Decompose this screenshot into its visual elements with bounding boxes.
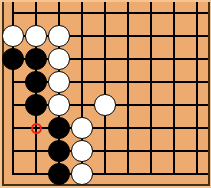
- point-c8-r2[interactable]: [163, 25, 186, 48]
- point-c2-r5[interactable]: [25, 94, 48, 117]
- point-c1-r6[interactable]: [2, 117, 25, 140]
- point-c7-r8[interactable]: [140, 163, 163, 186]
- point-c4-r7[interactable]: [71, 140, 94, 163]
- black-stone: [48, 140, 70, 162]
- white-stone: [48, 94, 70, 116]
- point-c1-r3[interactable]: [2, 48, 25, 71]
- point-c1-r2[interactable]: [2, 25, 25, 48]
- point-c4-r6[interactable]: [71, 117, 94, 140]
- point-c6-r8[interactable]: [117, 163, 140, 186]
- black-stone: [48, 117, 70, 139]
- point-c7-r5[interactable]: [140, 94, 163, 117]
- point-c9-r2[interactable]: [186, 25, 209, 48]
- point-c2-r7[interactable]: [25, 140, 48, 163]
- point-c8-r6[interactable]: [163, 117, 186, 140]
- black-stone: [2, 48, 24, 70]
- point-c6-r6[interactable]: [117, 117, 140, 140]
- point-c9-r4[interactable]: [186, 71, 209, 94]
- point-c8-r3[interactable]: [163, 48, 186, 71]
- point-c4-r8[interactable]: [71, 163, 94, 186]
- point-c5-r5[interactable]: [94, 94, 117, 117]
- point-c5-r8[interactable]: [94, 163, 117, 186]
- white-stone: [94, 94, 116, 116]
- point-c6-r3[interactable]: [117, 48, 140, 71]
- point-c2-r1[interactable]: [25, 2, 48, 25]
- point-c7-r7[interactable]: [140, 140, 163, 163]
- point-c7-r6[interactable]: [140, 117, 163, 140]
- white-stone: [2, 25, 24, 47]
- point-c4-r5[interactable]: [71, 94, 94, 117]
- point-c5-r3[interactable]: [94, 48, 117, 71]
- red-circle-marker: [31, 123, 42, 134]
- white-stone: [25, 25, 47, 47]
- white-stone: [71, 163, 93, 185]
- point-c5-r4[interactable]: [94, 71, 117, 94]
- intersections-grid: [2, 2, 209, 186]
- point-c1-r5[interactable]: [2, 94, 25, 117]
- point-c9-r6[interactable]: [186, 117, 209, 140]
- point-c2-r2[interactable]: [25, 25, 48, 48]
- diagram-frame: [0, 0, 211, 188]
- point-c3-r4[interactable]: [48, 71, 71, 94]
- point-c9-r5[interactable]: [186, 94, 209, 117]
- point-c8-r4[interactable]: [163, 71, 186, 94]
- point-c3-r8[interactable]: [48, 163, 71, 186]
- point-c2-r4[interactable]: [25, 71, 48, 94]
- point-c4-r4[interactable]: [71, 71, 94, 94]
- point-c6-r4[interactable]: [117, 71, 140, 94]
- point-c9-r8[interactable]: [186, 163, 209, 186]
- point-c3-r7[interactable]: [48, 140, 71, 163]
- white-stone: [71, 140, 93, 162]
- point-c7-r4[interactable]: [140, 71, 163, 94]
- white-stone: [48, 48, 70, 70]
- black-stone: [25, 48, 47, 70]
- point-c1-r7[interactable]: [2, 140, 25, 163]
- point-c3-r6[interactable]: [48, 117, 71, 140]
- point-c6-r5[interactable]: [117, 94, 140, 117]
- black-stone: [25, 94, 47, 116]
- white-stone: [71, 117, 93, 139]
- white-stone: [48, 71, 70, 93]
- point-c2-r3[interactable]: [25, 48, 48, 71]
- point-c7-r3[interactable]: [140, 48, 163, 71]
- point-c9-r1[interactable]: [186, 2, 209, 25]
- point-c6-r2[interactable]: [117, 25, 140, 48]
- point-c4-r1[interactable]: [71, 2, 94, 25]
- point-c9-r7[interactable]: [186, 140, 209, 163]
- point-c5-r1[interactable]: [94, 2, 117, 25]
- point-c2-r6[interactable]: [25, 117, 48, 140]
- point-c9-r3[interactable]: [186, 48, 209, 71]
- point-c1-r1[interactable]: [2, 2, 25, 25]
- point-c1-r4[interactable]: [2, 71, 25, 94]
- point-c6-r1[interactable]: [117, 2, 140, 25]
- black-stone: [48, 163, 70, 185]
- point-c3-r1[interactable]: [48, 2, 71, 25]
- point-c5-r2[interactable]: [94, 25, 117, 48]
- white-stone: [48, 25, 70, 47]
- black-stone: [25, 71, 47, 93]
- point-c4-r3[interactable]: [71, 48, 94, 71]
- point-c7-r2[interactable]: [140, 25, 163, 48]
- go-board: [2, 2, 210, 186]
- point-c5-r7[interactable]: [94, 140, 117, 163]
- point-c8-r1[interactable]: [163, 2, 186, 25]
- point-c8-r5[interactable]: [163, 94, 186, 117]
- point-c3-r5[interactable]: [48, 94, 71, 117]
- point-c3-r3[interactable]: [48, 48, 71, 71]
- point-c7-r1[interactable]: [140, 2, 163, 25]
- point-c8-r8[interactable]: [163, 163, 186, 186]
- point-c6-r7[interactable]: [117, 140, 140, 163]
- point-c1-r8[interactable]: [2, 163, 25, 186]
- point-c4-r2[interactable]: [71, 25, 94, 48]
- point-c2-r8[interactable]: [25, 163, 48, 186]
- point-c8-r7[interactable]: [163, 140, 186, 163]
- point-c3-r2[interactable]: [48, 25, 71, 48]
- point-c5-r6[interactable]: [94, 117, 117, 140]
